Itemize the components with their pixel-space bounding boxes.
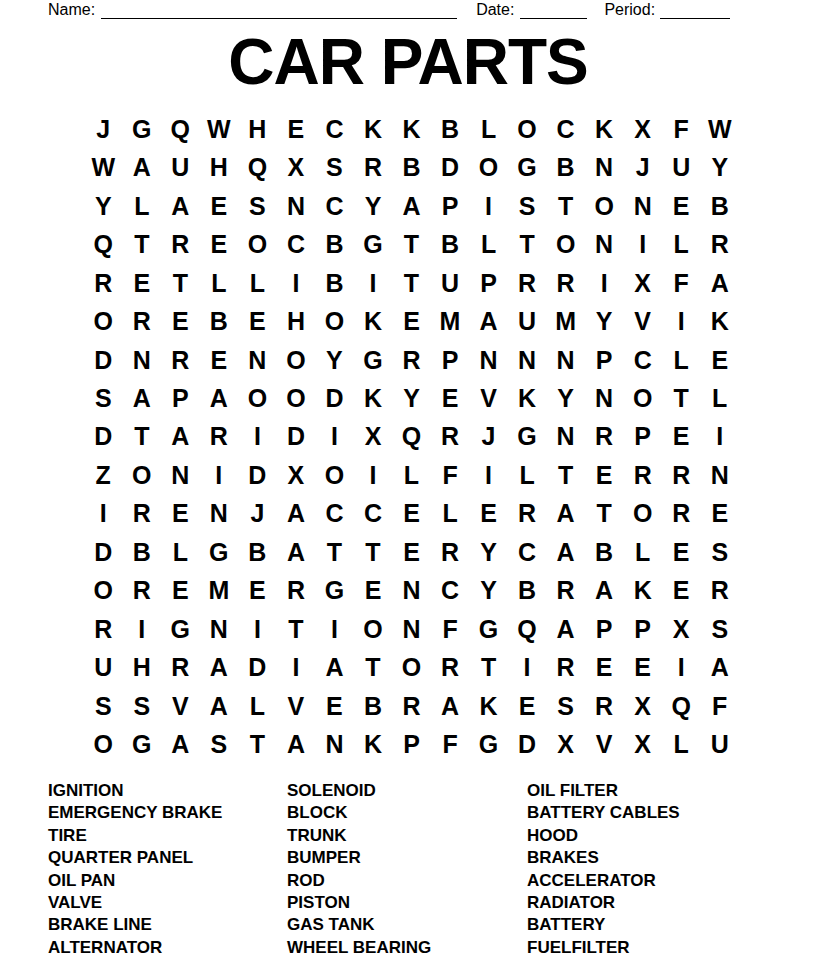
grid-cell-r17c17[interactable]: U bbox=[700, 726, 739, 764]
grid-cell-r6c6[interactable]: H bbox=[277, 302, 316, 340]
grid-cell-r4c1[interactable]: Q bbox=[84, 225, 123, 263]
grid-cell-r16c1[interactable]: S bbox=[84, 687, 123, 725]
grid-cell-r8c3[interactable]: P bbox=[161, 379, 200, 417]
grid-cell-r8c12[interactable]: K bbox=[508, 379, 547, 417]
grid-cell-r11c8[interactable]: C bbox=[354, 495, 393, 533]
grid-cell-r15c9[interactable]: O bbox=[392, 649, 431, 687]
grid-cell-r17c7[interactable]: N bbox=[315, 726, 354, 764]
grid-cell-r13c10[interactable]: C bbox=[431, 572, 470, 610]
grid-cell-r2c4[interactable]: H bbox=[200, 148, 239, 186]
grid-cell-r8c17[interactable]: L bbox=[700, 379, 739, 417]
grid-cell-r2c13[interactable]: B bbox=[546, 148, 585, 186]
grid-cell-r15c5[interactable]: D bbox=[238, 649, 277, 687]
grid-cell-r2c5[interactable]: Q bbox=[238, 148, 277, 186]
grid-cell-r15c2[interactable]: H bbox=[123, 649, 162, 687]
grid-cell-r1c17[interactable]: W bbox=[700, 110, 739, 148]
grid-cell-r15c13[interactable]: R bbox=[546, 649, 585, 687]
grid-cell-r16c4[interactable]: A bbox=[200, 687, 239, 725]
grid-cell-r15c17[interactable]: A bbox=[700, 649, 739, 687]
grid-cell-r7c7[interactable]: Y bbox=[315, 341, 354, 379]
grid-cell-r16c7[interactable]: E bbox=[315, 687, 354, 725]
grid-cell-r10c3[interactable]: N bbox=[161, 456, 200, 494]
grid-cell-r13c15[interactable]: K bbox=[623, 572, 662, 610]
grid-cell-r13c3[interactable]: E bbox=[161, 572, 200, 610]
grid-cell-r7c9[interactable]: R bbox=[392, 341, 431, 379]
grid-cell-r15c11[interactable]: T bbox=[469, 649, 508, 687]
grid-cell-r12c6[interactable]: A bbox=[277, 533, 316, 571]
grid-cell-r10c7[interactable]: O bbox=[315, 456, 354, 494]
grid-cell-r4c9[interactable]: T bbox=[392, 225, 431, 263]
grid-cell-r9c12[interactable]: G bbox=[508, 418, 547, 456]
grid-cell-r15c10[interactable]: R bbox=[431, 649, 470, 687]
grid-cell-r10c5[interactable]: D bbox=[238, 456, 277, 494]
grid-cell-r5c3[interactable]: T bbox=[161, 264, 200, 302]
grid-cell-r5c7[interactable]: B bbox=[315, 264, 354, 302]
grid-cell-r12c10[interactable]: R bbox=[431, 533, 470, 571]
grid-cell-r6c1[interactable]: O bbox=[84, 302, 123, 340]
grid-cell-r2c9[interactable]: B bbox=[392, 148, 431, 186]
word-item: BLOCK bbox=[287, 802, 527, 824]
grid-cell-r1c13[interactable]: C bbox=[546, 110, 585, 148]
word-list-column-1: IGNITIONEMERGENCY BRAKETIREQUARTER PANEL… bbox=[48, 780, 287, 957]
grid-cell-r1c11[interactable]: L bbox=[469, 110, 508, 148]
grid-cell-r17c9[interactable]: P bbox=[392, 726, 431, 764]
grid-cell-r6c12[interactable]: U bbox=[508, 302, 547, 340]
grid-cell-r5c9[interactable]: T bbox=[392, 264, 431, 302]
grid-cell-r15c15[interactable]: E bbox=[623, 649, 662, 687]
grid-cell-r17c4[interactable]: S bbox=[200, 726, 239, 764]
grid-cell-r2c1[interactable]: W bbox=[84, 148, 123, 186]
grid-cell-r6c10[interactable]: M bbox=[431, 302, 470, 340]
grid-cell-r4c15[interactable]: I bbox=[623, 225, 662, 263]
grid-cell-r3c3[interactable]: A bbox=[161, 187, 200, 225]
grid-cell-r1c4[interactable]: W bbox=[200, 110, 239, 148]
grid-cell-r6c15[interactable]: V bbox=[623, 302, 662, 340]
grid-cell-r15c14[interactable]: E bbox=[585, 649, 624, 687]
grid-cell-r14c14[interactable]: P bbox=[585, 610, 624, 648]
grid-cell-r4c4[interactable]: E bbox=[200, 225, 239, 263]
grid-cell-r8c13[interactable]: Y bbox=[546, 379, 585, 417]
grid-cell-r1c3[interactable]: Q bbox=[161, 110, 200, 148]
grid-cell-r8c15[interactable]: O bbox=[623, 379, 662, 417]
grid-cell-r9c14[interactable]: R bbox=[585, 418, 624, 456]
grid-cell-r14c11[interactable]: G bbox=[469, 610, 508, 648]
grid-cell-r16c17[interactable]: F bbox=[700, 687, 739, 725]
grid-cell-r3c11[interactable]: I bbox=[469, 187, 508, 225]
grid-cell-r15c3[interactable]: R bbox=[161, 649, 200, 687]
grid-cell-r5c13[interactable]: R bbox=[546, 264, 585, 302]
grid-cell-r6c5[interactable]: E bbox=[238, 302, 277, 340]
grid-cell-r12c16[interactable]: E bbox=[662, 533, 701, 571]
grid-cell-r10c1[interactable]: Z bbox=[84, 456, 123, 494]
grid-cell-r9c11[interactable]: J bbox=[469, 418, 508, 456]
grid-cell-r14c9[interactable]: N bbox=[392, 610, 431, 648]
word-item: BRAKE LINE bbox=[48, 914, 287, 936]
grid-cell-r10c15[interactable]: R bbox=[623, 456, 662, 494]
grid-cell-r1c14[interactable]: K bbox=[585, 110, 624, 148]
grid-cell-r17c11[interactable]: G bbox=[469, 726, 508, 764]
grid-cell-r14c4[interactable]: N bbox=[200, 610, 239, 648]
grid-cell-r8c16[interactable]: T bbox=[662, 379, 701, 417]
grid-cell-r9c4[interactable]: R bbox=[200, 418, 239, 456]
grid-cell-r12c3[interactable]: L bbox=[161, 533, 200, 571]
grid-cell-r17c5[interactable]: T bbox=[238, 726, 277, 764]
date-label: Date: bbox=[476, 1, 514, 19]
grid-cell-r4c17[interactable]: R bbox=[700, 225, 739, 263]
grid-cell-r7c8[interactable]: G bbox=[354, 341, 393, 379]
grid-cell-r12c9[interactable]: E bbox=[392, 533, 431, 571]
grid-cell-r3c9[interactable]: A bbox=[392, 187, 431, 225]
grid-cell-r2c15[interactable]: J bbox=[623, 148, 662, 186]
grid-cell-r4c5[interactable]: O bbox=[238, 225, 277, 263]
grid-cell-r4c7[interactable]: B bbox=[315, 225, 354, 263]
grid-cell-r11c2[interactable]: R bbox=[123, 495, 162, 533]
grid-cell-r1c9[interactable]: K bbox=[392, 110, 431, 148]
grid-cell-r13c11[interactable]: Y bbox=[469, 572, 508, 610]
grid-cell-r6c14[interactable]: Y bbox=[585, 302, 624, 340]
grid-cell-r8c11[interactable]: V bbox=[469, 379, 508, 417]
grid-cell-r15c6[interactable]: I bbox=[277, 649, 316, 687]
grid-cell-r4c12[interactable]: T bbox=[508, 225, 547, 263]
grid-cell-r3c6[interactable]: N bbox=[277, 187, 316, 225]
grid-cell-r9c5[interactable]: I bbox=[238, 418, 277, 456]
grid-cell-r9c10[interactable]: R bbox=[431, 418, 470, 456]
grid-cell-r8c14[interactable]: N bbox=[585, 379, 624, 417]
word-item: EMERGENCY BRAKE bbox=[48, 802, 287, 824]
grid-cell-r4c10[interactable]: B bbox=[431, 225, 470, 263]
grid-cell-r10c16[interactable]: R bbox=[662, 456, 701, 494]
grid-cell-r7c13[interactable]: N bbox=[546, 341, 585, 379]
grid-cell-r17c14[interactable]: V bbox=[585, 726, 624, 764]
grid-cell-r8c2[interactable]: A bbox=[123, 379, 162, 417]
grid-cell-r16c5[interactable]: L bbox=[238, 687, 277, 725]
grid-cell-r16c10[interactable]: A bbox=[431, 687, 470, 725]
grid-cell-r12c15[interactable]: L bbox=[623, 533, 662, 571]
grid-cell-r5c5[interactable]: L bbox=[238, 264, 277, 302]
grid-cell-r8c9[interactable]: Y bbox=[392, 379, 431, 417]
grid-cell-r14c6[interactable]: T bbox=[277, 610, 316, 648]
grid-cell-r16c12[interactable]: E bbox=[508, 687, 547, 725]
grid-cell-r16c6[interactable]: V bbox=[277, 687, 316, 725]
grid-cell-r6c9[interactable]: E bbox=[392, 302, 431, 340]
grid-cell-r14c16[interactable]: X bbox=[662, 610, 701, 648]
grid-cell-r1c2[interactable]: G bbox=[123, 110, 162, 148]
grid-cell-r9c2[interactable]: T bbox=[123, 418, 162, 456]
period-label: Period: bbox=[604, 1, 655, 19]
grid-cell-r8c10[interactable]: E bbox=[431, 379, 470, 417]
grid-cell-r12c8[interactable]: T bbox=[354, 533, 393, 571]
grid-cell-r1c7[interactable]: C bbox=[315, 110, 354, 148]
grid-cell-r4c13[interactable]: O bbox=[546, 225, 585, 263]
grid-cell-r5c6[interactable]: I bbox=[277, 264, 316, 302]
grid-cell-r1c6[interactable]: E bbox=[277, 110, 316, 148]
grid-cell-r13c8[interactable]: E bbox=[354, 572, 393, 610]
grid-cell-r5c10[interactable]: U bbox=[431, 264, 470, 302]
grid-cell-r15c7[interactable]: A bbox=[315, 649, 354, 687]
grid-cell-r8c1[interactable]: S bbox=[84, 379, 123, 417]
grid-cell-r5c1[interactable]: R bbox=[84, 264, 123, 302]
grid-cell-r13c2[interactable]: R bbox=[123, 572, 162, 610]
grid-cell-r15c8[interactable]: T bbox=[354, 649, 393, 687]
grid-cell-r11c5[interactable]: J bbox=[238, 495, 277, 533]
grid-cell-r5c2[interactable]: E bbox=[123, 264, 162, 302]
grid-cell-r13c14[interactable]: A bbox=[585, 572, 624, 610]
grid-cell-r7c16[interactable]: L bbox=[662, 341, 701, 379]
grid-cell-r4c2[interactable]: T bbox=[123, 225, 162, 263]
grid-cell-r3c7[interactable]: C bbox=[315, 187, 354, 225]
grid-cell-r10c12[interactable]: L bbox=[508, 456, 547, 494]
grid-cell-r5c16[interactable]: F bbox=[662, 264, 701, 302]
grid-cell-r16c14[interactable]: R bbox=[585, 687, 624, 725]
grid-cell-r3c12[interactable]: S bbox=[508, 187, 547, 225]
grid-cell-r13c7[interactable]: G bbox=[315, 572, 354, 610]
grid-cell-r14c8[interactable]: O bbox=[354, 610, 393, 648]
grid-cell-r12c12[interactable]: C bbox=[508, 533, 547, 571]
grid-cell-r9c15[interactable]: P bbox=[623, 418, 662, 456]
grid-cell-r11c6[interactable]: A bbox=[277, 495, 316, 533]
grid-cell-r6c17[interactable]: K bbox=[700, 302, 739, 340]
grid-cell-r8c8[interactable]: K bbox=[354, 379, 393, 417]
grid-cell-r3c14[interactable]: O bbox=[585, 187, 624, 225]
grid-cell-r12c2[interactable]: B bbox=[123, 533, 162, 571]
grid-cell-r7c14[interactable]: P bbox=[585, 341, 624, 379]
grid-cell-r3c13[interactable]: T bbox=[546, 187, 585, 225]
name-input-line[interactable] bbox=[101, 3, 457, 19]
grid-cell-r10c10[interactable]: F bbox=[431, 456, 470, 494]
grid-cell-r17c10[interactable]: F bbox=[431, 726, 470, 764]
grid-cell-r9c6[interactable]: D bbox=[277, 418, 316, 456]
grid-cell-r12c4[interactable]: G bbox=[200, 533, 239, 571]
grid-cell-r15c1[interactable]: U bbox=[84, 649, 123, 687]
grid-cell-r2c8[interactable]: R bbox=[354, 148, 393, 186]
grid-cell-r7c6[interactable]: O bbox=[277, 341, 316, 379]
grid-cell-r8c6[interactable]: O bbox=[277, 379, 316, 417]
grid-cell-r13c17[interactable]: R bbox=[700, 572, 739, 610]
grid-cell-r1c5[interactable]: H bbox=[238, 110, 277, 148]
grid-cell-r3c17[interactable]: B bbox=[700, 187, 739, 225]
grid-cell-r11c7[interactable]: C bbox=[315, 495, 354, 533]
grid-cell-r9c8[interactable]: X bbox=[354, 418, 393, 456]
grid-cell-r12c17[interactable]: S bbox=[700, 533, 739, 571]
grid-cell-r2c7[interactable]: S bbox=[315, 148, 354, 186]
grid-cell-r14c1[interactable]: R bbox=[84, 610, 123, 648]
grid-cell-r5c11[interactable]: P bbox=[469, 264, 508, 302]
grid-cell-r8c7[interactable]: D bbox=[315, 379, 354, 417]
grid-cell-r4c3[interactable]: R bbox=[161, 225, 200, 263]
grid-cell-r13c13[interactable]: R bbox=[546, 572, 585, 610]
grid-cell-r3c10[interactable]: P bbox=[431, 187, 470, 225]
grid-cell-r4c16[interactable]: L bbox=[662, 225, 701, 263]
grid-cell-r10c2[interactable]: O bbox=[123, 456, 162, 494]
grid-cell-r11c17[interactable]: E bbox=[700, 495, 739, 533]
grid-cell-r15c4[interactable]: A bbox=[200, 649, 239, 687]
grid-cell-r16c15[interactable]: X bbox=[623, 687, 662, 725]
grid-cell-r3c5[interactable]: S bbox=[238, 187, 277, 225]
grid-cell-r6c4[interactable]: B bbox=[200, 302, 239, 340]
grid-cell-r7c1[interactable]: D bbox=[84, 341, 123, 379]
grid-cell-r10c17[interactable]: N bbox=[700, 456, 739, 494]
grid-cell-r7c11[interactable]: N bbox=[469, 341, 508, 379]
grid-cell-r6c7[interactable]: O bbox=[315, 302, 354, 340]
grid-cell-r14c3[interactable]: G bbox=[161, 610, 200, 648]
grid-cell-r17c13[interactable]: X bbox=[546, 726, 585, 764]
grid-cell-r11c3[interactable]: E bbox=[161, 495, 200, 533]
grid-cell-r14c15[interactable]: P bbox=[623, 610, 662, 648]
grid-cell-r5c15[interactable]: X bbox=[623, 264, 662, 302]
grid-cell-r17c12[interactable]: D bbox=[508, 726, 547, 764]
grid-cell-r3c2[interactable]: L bbox=[123, 187, 162, 225]
grid-cell-r2c10[interactable]: D bbox=[431, 148, 470, 186]
grid-cell-r5c8[interactable]: I bbox=[354, 264, 393, 302]
grid-cell-r14c13[interactable]: A bbox=[546, 610, 585, 648]
grid-cell-r12c11[interactable]: Y bbox=[469, 533, 508, 571]
grid-cell-r14c5[interactable]: I bbox=[238, 610, 277, 648]
grid-cell-r10c9[interactable]: L bbox=[392, 456, 431, 494]
grid-cell-r3c8[interactable]: Y bbox=[354, 187, 393, 225]
grid-cell-r12c14[interactable]: B bbox=[585, 533, 624, 571]
grid-cell-r2c11[interactable]: O bbox=[469, 148, 508, 186]
grid-cell-r16c8[interactable]: B bbox=[354, 687, 393, 725]
grid-cell-r11c14[interactable]: T bbox=[585, 495, 624, 533]
grid-cell-r17c3[interactable]: A bbox=[161, 726, 200, 764]
grid-cell-r10c14[interactable]: E bbox=[585, 456, 624, 494]
grid-cell-r2c2[interactable]: A bbox=[123, 148, 162, 186]
grid-cell-r16c9[interactable]: R bbox=[392, 687, 431, 725]
grid-cell-r15c16[interactable]: I bbox=[662, 649, 701, 687]
grid-cell-r17c6[interactable]: A bbox=[277, 726, 316, 764]
grid-cell-r16c2[interactable]: S bbox=[123, 687, 162, 725]
grid-cell-r13c12[interactable]: B bbox=[508, 572, 547, 610]
grid-cell-r13c9[interactable]: N bbox=[392, 572, 431, 610]
grid-cell-r7c10[interactable]: P bbox=[431, 341, 470, 379]
grid-cell-r17c2[interactable]: G bbox=[123, 726, 162, 764]
grid-cell-r11c12[interactable]: R bbox=[508, 495, 547, 533]
grid-cell-r6c16[interactable]: I bbox=[662, 302, 701, 340]
period-input-line[interactable] bbox=[660, 3, 730, 19]
grid-cell-r6c11[interactable]: A bbox=[469, 302, 508, 340]
grid-cell-r17c8[interactable]: K bbox=[354, 726, 393, 764]
grid-cell-r11c11[interactable]: E bbox=[469, 495, 508, 533]
grid-cell-r12c13[interactable]: A bbox=[546, 533, 585, 571]
grid-cell-r7c3[interactable]: R bbox=[161, 341, 200, 379]
grid-cell-r7c15[interactable]: C bbox=[623, 341, 662, 379]
grid-cell-r12c5[interactable]: B bbox=[238, 533, 277, 571]
grid-cell-r13c4[interactable]: M bbox=[200, 572, 239, 610]
grid-cell-r4c11[interactable]: L bbox=[469, 225, 508, 263]
grid-cell-r2c17[interactable]: Y bbox=[700, 148, 739, 186]
grid-cell-r3c1[interactable]: Y bbox=[84, 187, 123, 225]
grid-cell-r9c9[interactable]: Q bbox=[392, 418, 431, 456]
grid-cell-r13c6[interactable]: R bbox=[277, 572, 316, 610]
grid-cell-r11c10[interactable]: L bbox=[431, 495, 470, 533]
grid-cell-r17c16[interactable]: L bbox=[662, 726, 701, 764]
grid-cell-r14c12[interactable]: Q bbox=[508, 610, 547, 648]
grid-cell-r7c2[interactable]: N bbox=[123, 341, 162, 379]
grid-cell-r16c16[interactable]: Q bbox=[662, 687, 701, 725]
grid-cell-r2c14[interactable]: N bbox=[585, 148, 624, 186]
grid-cell-r2c6[interactable]: X bbox=[277, 148, 316, 186]
grid-cell-r5c14[interactable]: I bbox=[585, 264, 624, 302]
grid-cell-r14c10[interactable]: F bbox=[431, 610, 470, 648]
grid-cell-r9c13[interactable]: N bbox=[546, 418, 585, 456]
grid-cell-r11c16[interactable]: R bbox=[662, 495, 701, 533]
puzzle-title: CAR PARTS bbox=[0, 30, 816, 94]
grid-cell-r7c12[interactable]: N bbox=[508, 341, 547, 379]
grid-cell-r4c8[interactable]: G bbox=[354, 225, 393, 263]
grid-cell-r11c13[interactable]: A bbox=[546, 495, 585, 533]
grid-cell-r4c6[interactable]: C bbox=[277, 225, 316, 263]
grid-cell-r3c15[interactable]: N bbox=[623, 187, 662, 225]
grid-cell-r1c15[interactable]: X bbox=[623, 110, 662, 148]
grid-cell-r6c8[interactable]: K bbox=[354, 302, 393, 340]
grid-cell-r10c8[interactable]: I bbox=[354, 456, 393, 494]
grid-cell-r2c12[interactable]: G bbox=[508, 148, 547, 186]
grid-cell-r12c1[interactable]: D bbox=[84, 533, 123, 571]
grid-cell-r14c17[interactable]: S bbox=[700, 610, 739, 648]
grid-cell-r6c2[interactable]: R bbox=[123, 302, 162, 340]
grid-cell-r17c1[interactable]: O bbox=[84, 726, 123, 764]
grid-cell-r1c12[interactable]: O bbox=[508, 110, 547, 148]
grid-cell-r1c16[interactable]: F bbox=[662, 110, 701, 148]
grid-cell-r5c4[interactable]: L bbox=[200, 264, 239, 302]
grid-cell-r10c6[interactable]: X bbox=[277, 456, 316, 494]
grid-cell-r9c17[interactable]: I bbox=[700, 418, 739, 456]
grid-cell-r7c17[interactable]: E bbox=[700, 341, 739, 379]
grid-cell-r5c17[interactable]: A bbox=[700, 264, 739, 302]
word-item: OIL PAN bbox=[48, 870, 287, 892]
grid-cell-r10c13[interactable]: T bbox=[546, 456, 585, 494]
date-input-line[interactable] bbox=[520, 3, 587, 19]
grid-cell-r8c4[interactable]: A bbox=[200, 379, 239, 417]
grid-cell-r9c16[interactable]: E bbox=[662, 418, 701, 456]
grid-cell-r17c15[interactable]: X bbox=[623, 726, 662, 764]
grid-cell-r3c4[interactable]: E bbox=[200, 187, 239, 225]
grid-cell-r12c7[interactable]: T bbox=[315, 533, 354, 571]
grid-cell-r7c5[interactable]: N bbox=[238, 341, 277, 379]
grid-cell-r16c13[interactable]: S bbox=[546, 687, 585, 725]
grid-cell-r2c3[interactable]: U bbox=[161, 148, 200, 186]
grid-cell-r9c3[interactable]: A bbox=[161, 418, 200, 456]
grid-cell-r8c5[interactable]: O bbox=[238, 379, 277, 417]
grid-cell-r15c12[interactable]: I bbox=[508, 649, 547, 687]
grid-cell-r14c7[interactable]: I bbox=[315, 610, 354, 648]
grid-cell-r11c9[interactable]: E bbox=[392, 495, 431, 533]
grid-cell-r4c14[interactable]: N bbox=[585, 225, 624, 263]
grid-cell-r13c1[interactable]: O bbox=[84, 572, 123, 610]
grid-cell-r16c3[interactable]: V bbox=[161, 687, 200, 725]
grid-cell-r14c2[interactable]: I bbox=[123, 610, 162, 648]
grid-cell-r13c16[interactable]: E bbox=[662, 572, 701, 610]
grid-cell-r1c8[interactable]: K bbox=[354, 110, 393, 148]
grid-cell-r1c10[interactable]: B bbox=[431, 110, 470, 148]
grid-cell-r11c15[interactable]: O bbox=[623, 495, 662, 533]
grid-cell-r6c3[interactable]: E bbox=[161, 302, 200, 340]
grid-cell-r10c11[interactable]: I bbox=[469, 456, 508, 494]
grid-cell-r5c12[interactable]: R bbox=[508, 264, 547, 302]
grid-cell-r2c16[interactable]: U bbox=[662, 148, 701, 186]
grid-cell-r7c4[interactable]: E bbox=[200, 341, 239, 379]
grid-cell-r10c4[interactable]: I bbox=[200, 456, 239, 494]
grid-cell-r9c1[interactable]: D bbox=[84, 418, 123, 456]
grid-cell-r13c5[interactable]: E bbox=[238, 572, 277, 610]
grid-cell-r6c13[interactable]: M bbox=[546, 302, 585, 340]
grid-cell-r16c11[interactable]: K bbox=[469, 687, 508, 725]
grid-cell-r9c7[interactable]: I bbox=[315, 418, 354, 456]
grid-cell-r11c1[interactable]: I bbox=[84, 495, 123, 533]
grid-cell-r11c4[interactable]: N bbox=[200, 495, 239, 533]
grid-cell-r1c1[interactable]: J bbox=[84, 110, 123, 148]
grid-cell-r3c16[interactable]: E bbox=[662, 187, 701, 225]
